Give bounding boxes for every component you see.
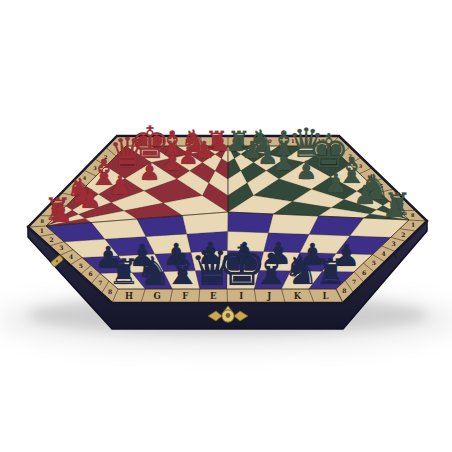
- edge-label: 8: [411, 212, 415, 218]
- piece-blue-knight: ♞: [283, 247, 319, 293]
- piece-red-pawn: ♟: [79, 184, 103, 214]
- edge-label: 3: [59, 244, 63, 251]
- piece-red-pawn: ♟: [138, 157, 161, 186]
- edge-label: 6: [362, 269, 366, 276]
- piece-blue-knight: ♞: [135, 248, 171, 294]
- edge-label: 1: [411, 221, 415, 228]
- edge-label: H: [125, 291, 133, 301]
- edge-label: 2: [401, 231, 405, 238]
- board-cell: [228, 212, 273, 233]
- piece-blue-rook: ♜: [108, 251, 139, 292]
- piece-red-pawn: ♟: [161, 147, 183, 176]
- edge-label: 5: [79, 262, 83, 269]
- edge-label: 7: [98, 279, 102, 286]
- edge-label: 5: [372, 259, 376, 266]
- piece-green-pawn: ♟: [295, 156, 318, 185]
- board-svg: HGFEIJKL12345678123456781211109910111212…: [0, 0, 452, 452]
- piece-green-pawn: ♟: [353, 180, 377, 210]
- piece-red-pawn: ♟: [108, 170, 131, 200]
- edge-label: 1: [40, 227, 44, 234]
- piece-green-pawn: ♟: [382, 192, 406, 223]
- piece-green-pawn: ♟: [324, 168, 347, 198]
- edge-label: 4: [69, 253, 73, 260]
- edge-label: 3: [391, 240, 395, 247]
- piece-red-pawn: ♟: [49, 197, 73, 228]
- board: HGFEIJKL12345678123456781211109910111212…: [0, 0, 452, 452]
- piece-green-pawn: ♟: [273, 147, 295, 176]
- edge-label: 6: [89, 270, 93, 277]
- three-player-chess-product-photo: HGFEIJKL12345678123456781211109910111212…: [0, 0, 452, 452]
- edge-label: 2: [50, 236, 54, 243]
- edge-label: 7: [352, 278, 356, 285]
- edge-label: 4: [382, 250, 386, 257]
- piece-blue-rook: ♜: [315, 251, 346, 292]
- edge-label: L: [323, 291, 329, 301]
